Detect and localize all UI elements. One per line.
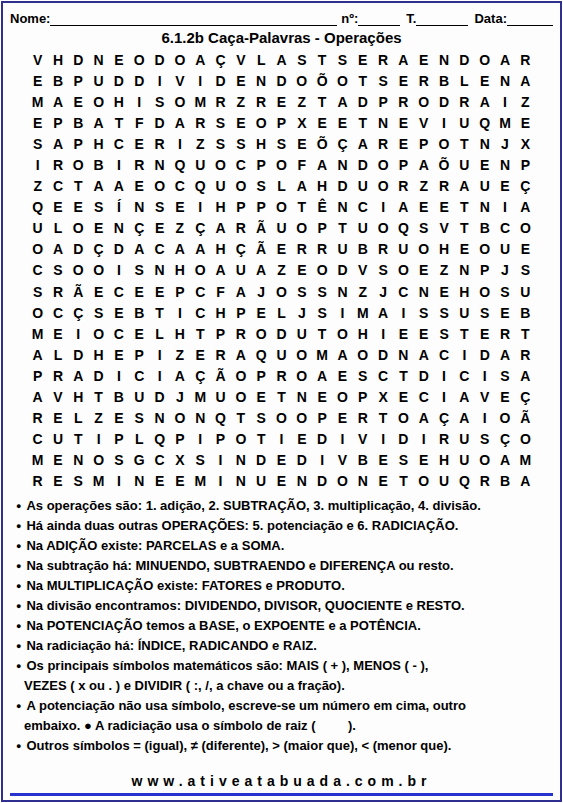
grid-cell[interactable]: P <box>48 112 68 133</box>
grid-cell[interactable]: L <box>149 323 169 344</box>
grid-cell[interactable]: C <box>109 323 129 344</box>
grid-cell[interactable]: T <box>292 197 312 218</box>
grid-cell[interactable]: A <box>292 176 312 197</box>
grid-cell[interactable]: E <box>414 450 434 471</box>
grid-cell[interactable]: A <box>231 281 251 302</box>
grid-cell[interactable]: A <box>190 49 210 70</box>
grid-cell[interactable]: E <box>515 112 535 133</box>
grid-cell[interactable]: O <box>292 218 312 239</box>
grid-cell[interactable]: T <box>231 408 251 429</box>
grid-cell[interactable]: C <box>190 302 210 323</box>
grid-cell[interactable]: B <box>353 450 373 471</box>
grid-cell[interactable]: D <box>353 154 373 175</box>
grid-cell[interactable]: E <box>271 450 291 471</box>
grid-cell[interactable]: D <box>271 70 291 91</box>
grid-cell[interactable]: E <box>190 344 210 365</box>
grid-cell[interactable]: O <box>393 408 413 429</box>
grid-cell[interactable]: C <box>28 429 48 450</box>
grid-cell[interactable]: E <box>434 197 454 218</box>
grid-cell[interactable]: P <box>251 154 271 175</box>
grid-cell[interactable]: S <box>332 49 352 70</box>
grid-cell[interactable]: N <box>454 260 474 281</box>
grid-cell[interactable]: I <box>414 429 434 450</box>
grid-cell[interactable]: B <box>48 70 68 91</box>
grid-cell[interactable]: A <box>353 133 373 154</box>
grid-cell[interactable]: Ç <box>332 133 352 154</box>
grid-cell[interactable]: R <box>28 471 48 492</box>
grid-cell[interactable]: O <box>292 365 312 386</box>
grid-cell[interactable]: Ã <box>68 281 88 302</box>
grid-cell[interactable]: O <box>68 260 88 281</box>
grid-cell[interactable]: H <box>251 133 271 154</box>
grid-cell[interactable]: O <box>292 408 312 429</box>
grid-cell[interactable]: O <box>332 70 352 91</box>
grid-cell[interactable]: H <box>88 344 108 365</box>
grid-cell[interactable]: O <box>231 429 251 450</box>
grid-cell[interactable]: A <box>332 91 352 112</box>
grid-cell[interactable]: I <box>373 323 393 344</box>
grid-cell[interactable]: P <box>109 429 129 450</box>
grid-cell[interactable]: E <box>149 471 169 492</box>
grid-cell[interactable]: U <box>353 176 373 197</box>
grid-cell[interactable]: A <box>271 49 291 70</box>
grid-cell[interactable]: J <box>495 133 515 154</box>
grid-cell[interactable]: S <box>414 302 434 323</box>
grid-cell[interactable]: M <box>515 450 535 471</box>
grid-cell[interactable]: O <box>231 176 251 197</box>
grid-cell[interactable]: U <box>454 429 474 450</box>
grid-cell[interactable]: A <box>393 197 413 218</box>
grid-cell[interactable]: A <box>109 176 129 197</box>
grid-cell[interactable]: S <box>312 281 332 302</box>
grid-cell[interactable]: U <box>190 154 210 175</box>
grid-cell[interactable]: R <box>495 323 515 344</box>
grid-cell[interactable]: M <box>28 323 48 344</box>
grid-cell[interactable]: D <box>393 429 413 450</box>
grid-cell[interactable]: I <box>454 344 474 365</box>
grid-cell[interactable]: M <box>190 91 210 112</box>
grid-cell[interactable]: O <box>332 471 352 492</box>
grid-cell[interactable]: P <box>475 260 495 281</box>
grid-cell[interactable]: J <box>373 281 393 302</box>
grid-cell[interactable]: A <box>88 176 108 197</box>
grid-cell[interactable]: Q <box>454 471 474 492</box>
grid-cell[interactable]: H <box>210 239 230 260</box>
grid-cell[interactable]: E <box>48 471 68 492</box>
grid-cell[interactable]: P <box>170 281 190 302</box>
grid-cell[interactable]: C <box>28 260 48 281</box>
grid-cell[interactable]: I <box>495 91 515 112</box>
grid-cell[interactable]: N <box>149 408 169 429</box>
grid-cell[interactable]: J <box>170 387 190 408</box>
grid-cell[interactable]: D <box>149 112 169 133</box>
grid-cell[interactable]: R <box>129 154 149 175</box>
grid-cell[interactable]: S <box>475 429 495 450</box>
grid-cell[interactable]: D <box>271 323 291 344</box>
grid-cell[interactable]: E <box>495 387 515 408</box>
grid-cell[interactable]: I <box>170 302 190 323</box>
grid-cell[interactable]: R <box>414 70 434 91</box>
grid-cell[interactable]: M <box>312 344 332 365</box>
grid-cell[interactable]: A <box>515 471 535 492</box>
grid-cell[interactable]: A <box>373 302 393 323</box>
data-blank[interactable] <box>507 12 553 26</box>
grid-cell[interactable]: O <box>393 260 413 281</box>
grid-cell[interactable]: U <box>271 344 291 365</box>
grid-cell[interactable]: T <box>332 218 352 239</box>
grid-cell[interactable]: I <box>129 91 149 112</box>
grid-cell[interactable]: J <box>251 281 271 302</box>
grid-cell[interactable]: O <box>149 176 169 197</box>
grid-cell[interactable]: A <box>48 239 68 260</box>
grid-cell[interactable]: O <box>271 154 291 175</box>
grid-cell[interactable]: S <box>373 70 393 91</box>
grid-cell[interactable]: Ç <box>434 408 454 429</box>
grid-cell[interactable]: T <box>312 323 332 344</box>
grid-cell[interactable]: E <box>28 112 48 133</box>
grid-cell[interactable]: R <box>454 91 474 112</box>
grid-cell[interactable]: R <box>149 133 169 154</box>
grid-cell[interactable]: O <box>88 91 108 112</box>
grid-cell[interactable]: B <box>434 70 454 91</box>
grid-cell[interactable]: U <box>475 176 495 197</box>
grid-cell[interactable]: I <box>190 70 210 91</box>
grid-cell[interactable]: E <box>28 70 48 91</box>
grid-cell[interactable]: M <box>190 471 210 492</box>
grid-cell[interactable]: T <box>68 429 88 450</box>
grid-cell[interactable]: A <box>515 197 535 218</box>
grid-cell[interactable]: T <box>149 302 169 323</box>
grid-cell[interactable]: C <box>434 344 454 365</box>
grid-cell[interactable]: E <box>393 70 413 91</box>
grid-cell[interactable]: R <box>231 323 251 344</box>
grid-cell[interactable]: Q <box>393 218 413 239</box>
grid-cell[interactable]: I <box>332 429 352 450</box>
grid-cell[interactable]: E <box>231 112 251 133</box>
grid-cell[interactable]: J <box>495 260 515 281</box>
grid-cell[interactable]: D <box>149 387 169 408</box>
grid-cell[interactable]: O <box>332 323 352 344</box>
grid-cell[interactable]: A <box>515 365 535 386</box>
grid-cell[interactable]: O <box>414 471 434 492</box>
grid-cell[interactable]: P <box>373 91 393 112</box>
grid-cell[interactable]: R <box>312 239 332 260</box>
grid-cell[interactable]: S <box>515 260 535 281</box>
grid-cell[interactable]: Ç <box>88 239 108 260</box>
grid-cell[interactable]: C <box>454 365 474 386</box>
grid-cell[interactable]: U <box>495 239 515 260</box>
grid-cell[interactable]: R <box>210 344 230 365</box>
grid-cell[interactable]: E <box>495 176 515 197</box>
grid-cell[interactable]: R <box>271 365 291 386</box>
grid-cell[interactable]: T <box>393 365 413 386</box>
grid-cell[interactable]: G <box>129 450 149 471</box>
grid-cell[interactable]: Q <box>190 176 210 197</box>
grid-cell[interactable]: U <box>88 70 108 91</box>
grid-cell[interactable]: O <box>373 154 393 175</box>
grid-cell[interactable]: I <box>373 197 393 218</box>
grid-cell[interactable]: D <box>312 429 332 450</box>
grid-cell[interactable]: O <box>271 408 291 429</box>
grid-cell[interactable]: S <box>251 176 271 197</box>
grid-cell[interactable]: C <box>48 176 68 197</box>
grid-cell[interactable]: N <box>292 387 312 408</box>
grid-cell[interactable]: Ê <box>312 197 332 218</box>
grid-cell[interactable]: Z <box>170 218 190 239</box>
grid-cell[interactable]: D <box>353 91 373 112</box>
grid-cell[interactable]: T <box>109 112 129 133</box>
grid-cell[interactable]: A <box>48 133 68 154</box>
grid-cell[interactable]: P <box>231 197 251 218</box>
grid-cell[interactable]: S <box>495 365 515 386</box>
grid-cell[interactable]: A <box>48 91 68 112</box>
grid-cell[interactable]: T <box>454 323 474 344</box>
grid-cell[interactable]: N <box>373 112 393 133</box>
grid-cell[interactable]: O <box>515 429 535 450</box>
grid-cell[interactable]: R <box>373 239 393 260</box>
grid-cell[interactable]: L <box>48 344 68 365</box>
grid-cell[interactable]: I <box>210 471 230 492</box>
grid-cell[interactable]: O <box>292 70 312 91</box>
grid-cell[interactable]: E <box>109 408 129 429</box>
grid-cell[interactable]: B <box>109 387 129 408</box>
grid-cell[interactable]: T <box>454 133 474 154</box>
grid-cell[interactable]: C <box>495 218 515 239</box>
grid-cell[interactable]: C <box>190 281 210 302</box>
grid-cell[interactable]: O <box>129 49 149 70</box>
grid-cell[interactable]: A <box>170 365 190 386</box>
grid-cell[interactable]: N <box>292 471 312 492</box>
grid-cell[interactable]: O <box>190 260 210 281</box>
grid-cell[interactable]: Z <box>28 176 48 197</box>
grid-cell[interactable]: B <box>88 154 108 175</box>
grid-cell[interactable]: D <box>414 365 434 386</box>
grid-cell[interactable]: D <box>434 91 454 112</box>
grid-cell[interactable]: E <box>393 133 413 154</box>
grid-cell[interactable]: S <box>210 133 230 154</box>
grid-cell[interactable]: X <box>515 133 535 154</box>
grid-cell[interactable]: D <box>251 450 271 471</box>
grid-cell[interactable]: E <box>271 239 291 260</box>
grid-cell[interactable]: R <box>515 344 535 365</box>
grid-cell[interactable]: H <box>454 281 474 302</box>
grid-cell[interactable]: R <box>515 49 535 70</box>
grid-cell[interactable]: P <box>515 154 535 175</box>
grid-cell[interactable]: V <box>332 450 352 471</box>
grid-cell[interactable]: I <box>434 365 454 386</box>
grid-cell[interactable]: E <box>109 49 129 70</box>
grid-cell[interactable]: I <box>495 197 515 218</box>
grid-cell[interactable]: U <box>210 387 230 408</box>
grid-cell[interactable]: N <box>414 281 434 302</box>
grid-cell[interactable]: O <box>271 197 291 218</box>
grid-cell[interactable]: X <box>373 387 393 408</box>
grid-cell[interactable]: U <box>129 387 149 408</box>
grid-cell[interactable]: E <box>231 70 251 91</box>
grid-cell[interactable]: B <box>515 302 535 323</box>
grid-cell[interactable]: I <box>68 323 88 344</box>
grid-cell[interactable]: S <box>271 133 291 154</box>
grid-cell[interactable]: Z <box>271 260 291 281</box>
grid-cell[interactable]: E <box>109 302 129 323</box>
grid-cell[interactable]: C <box>231 154 251 175</box>
grid-cell[interactable]: I <box>109 154 129 175</box>
grid-cell[interactable]: S <box>28 133 48 154</box>
grid-cell[interactable]: E <box>129 133 149 154</box>
grid-cell[interactable]: A <box>210 260 230 281</box>
grid-cell[interactable]: R <box>190 112 210 133</box>
grid-cell[interactable]: Z <box>88 408 108 429</box>
grid-cell[interactable]: T <box>393 471 413 492</box>
grid-cell[interactable]: I <box>190 429 210 450</box>
grid-cell[interactable]: U <box>515 281 535 302</box>
grid-cell[interactable]: N <box>129 471 149 492</box>
grid-cell[interactable]: N <box>332 281 352 302</box>
grid-cell[interactable]: U <box>454 154 474 175</box>
grid-cell[interactable]: T <box>312 49 332 70</box>
grid-cell[interactable]: E <box>48 450 68 471</box>
grid-cell[interactable]: R <box>373 49 393 70</box>
grid-cell[interactable]: S <box>353 365 373 386</box>
grid-cell[interactable]: Ç <box>210 49 230 70</box>
grid-cell[interactable]: C <box>170 176 190 197</box>
grid-cell[interactable]: O <box>332 387 352 408</box>
grid-cell[interactable]: T <box>454 218 474 239</box>
grid-cell[interactable]: E <box>312 387 332 408</box>
grid-cell[interactable]: P <box>312 408 332 429</box>
grid-cell[interactable]: E <box>251 387 271 408</box>
grid-cell[interactable]: U <box>48 429 68 450</box>
grid-cell[interactable]: H <box>48 49 68 70</box>
grid-cell[interactable]: E <box>48 408 68 429</box>
grid-cell[interactable]: E <box>475 323 495 344</box>
grid-cell[interactable]: B <box>353 239 373 260</box>
grid-cell[interactable]: B <box>129 302 149 323</box>
grid-cell[interactable]: I <box>475 408 495 429</box>
grid-cell[interactable]: E <box>292 429 312 450</box>
grid-cell[interactable]: R <box>28 408 48 429</box>
grid-cell[interactable]: S <box>434 302 454 323</box>
grid-cell[interactable]: T <box>454 197 474 218</box>
grid-cell[interactable]: P <box>353 387 373 408</box>
grid-cell[interactable]: E <box>414 260 434 281</box>
grid-cell[interactable]: C <box>373 365 393 386</box>
grid-cell[interactable]: R <box>434 429 454 450</box>
grid-cell[interactable]: O <box>515 218 535 239</box>
grid-cell[interactable]: A <box>28 387 48 408</box>
grid-cell[interactable]: L <box>454 70 474 91</box>
grid-cell[interactable]: D <box>210 70 230 91</box>
grid-cell[interactable]: V <box>170 70 190 91</box>
grid-cell[interactable]: C <box>109 281 129 302</box>
grid-cell[interactable]: E <box>88 218 108 239</box>
grid-cell[interactable]: P <box>251 365 271 386</box>
grid-cell[interactable]: E <box>48 197 68 218</box>
grid-cell[interactable]: N <box>332 154 352 175</box>
grid-cell[interactable]: A <box>515 70 535 91</box>
grid-cell[interactable]: U <box>292 323 312 344</box>
grid-cell[interactable]: O <box>414 239 434 260</box>
grid-cell[interactable]: Q <box>475 112 495 133</box>
grid-cell[interactable]: N <box>68 450 88 471</box>
grid-cell[interactable]: H <box>353 323 373 344</box>
grid-cell[interactable]: A <box>454 387 474 408</box>
grid-cell[interactable]: Õ <box>434 154 454 175</box>
grid-cell[interactable]: T <box>68 176 88 197</box>
grid-cell[interactable]: I <box>170 133 190 154</box>
grid-cell[interactable]: D <box>68 344 88 365</box>
grid-cell[interactable]: N <box>332 197 352 218</box>
grid-cell[interactable]: S <box>88 197 108 218</box>
grid-cell[interactable]: C <box>48 302 68 323</box>
grid-cell[interactable]: C <box>129 365 149 386</box>
grid-cell[interactable]: S <box>149 197 169 218</box>
grid-cell[interactable]: H <box>210 302 230 323</box>
grid-cell[interactable]: Ç <box>190 218 210 239</box>
grid-cell[interactable]: I <box>312 450 332 471</box>
grid-cell[interactable]: E <box>149 281 169 302</box>
grid-cell[interactable]: E <box>373 450 393 471</box>
grid-cell[interactable]: V <box>48 387 68 408</box>
grid-cell[interactable]: E <box>414 49 434 70</box>
grid-cell[interactable]: C <box>353 197 373 218</box>
grid-cell[interactable]: T <box>515 323 535 344</box>
grid-cell[interactable]: R <box>393 91 413 112</box>
grid-cell[interactable]: A <box>454 408 474 429</box>
grid-cell[interactable]: Z <box>292 91 312 112</box>
grid-cell[interactable]: B <box>68 112 88 133</box>
grid-cell[interactable]: P <box>210 323 230 344</box>
grid-cell[interactable]: N <box>495 154 515 175</box>
grid-cell[interactable]: B <box>495 471 515 492</box>
grid-cell[interactable]: S <box>251 408 271 429</box>
grid-cell[interactable]: E <box>129 176 149 197</box>
grid-cell[interactable]: O <box>28 239 48 260</box>
grid-cell[interactable]: O <box>414 91 434 112</box>
grid-cell[interactable]: A <box>312 365 332 386</box>
grid-cell[interactable]: V <box>353 260 373 281</box>
grid-cell[interactable]: E <box>393 323 413 344</box>
grid-cell[interactable]: O <box>88 450 108 471</box>
grid-cell[interactable]: A <box>393 49 413 70</box>
grid-cell[interactable]: E <box>149 218 169 239</box>
grid-cell[interactable]: O <box>251 112 271 133</box>
grid-cell[interactable]: Ã <box>515 408 535 429</box>
grid-cell[interactable]: T <box>88 387 108 408</box>
grid-cell[interactable]: F <box>292 154 312 175</box>
grid-cell[interactable]: O <box>68 218 88 239</box>
grid-cell[interactable]: Õ <box>312 70 332 91</box>
grid-cell[interactable]: O <box>88 323 108 344</box>
grid-cell[interactable]: O <box>495 408 515 429</box>
grid-cell[interactable]: A <box>495 450 515 471</box>
grid-cell[interactable]: D <box>292 450 312 471</box>
grid-cell[interactable]: N <box>190 408 210 429</box>
grid-cell[interactable]: S <box>312 302 332 323</box>
grid-cell[interactable]: O <box>475 281 495 302</box>
grid-cell[interactable]: Q <box>210 408 230 429</box>
grid-cell[interactable]: H <box>88 133 108 154</box>
grid-cell[interactable]: S <box>210 112 230 133</box>
grid-cell[interactable]: O <box>88 260 108 281</box>
grid-cell[interactable]: A <box>475 91 495 112</box>
grid-cell[interactable]: C <box>149 450 169 471</box>
grid-cell[interactable]: E <box>373 471 393 492</box>
grid-cell[interactable]: I <box>393 302 413 323</box>
grid-cell[interactable]: Ç <box>231 239 251 260</box>
grid-cell[interactable]: O <box>170 49 190 70</box>
grid-cell[interactable]: D <box>88 365 108 386</box>
